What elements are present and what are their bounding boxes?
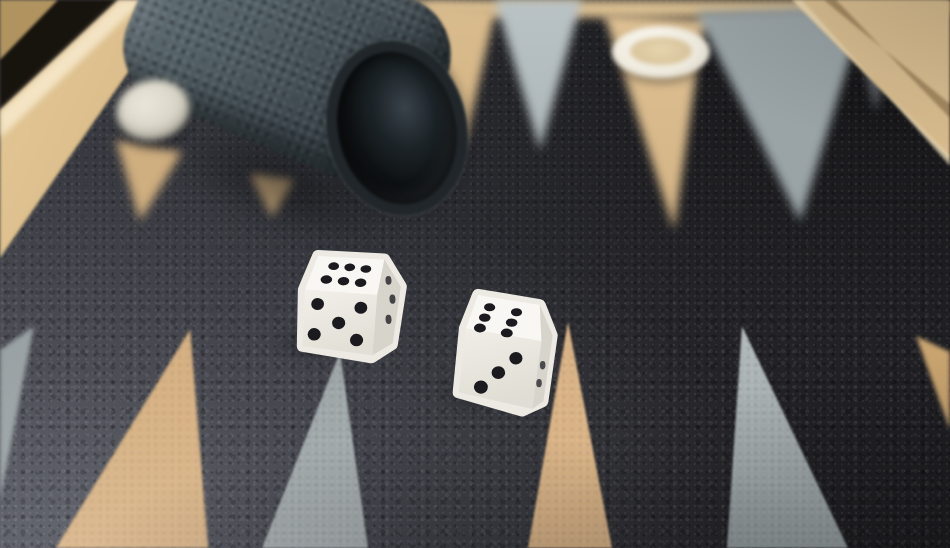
die-left[interactable] [288, 241, 427, 380]
backgammon-board-scene [0, 0, 950, 548]
checker-inlay [630, 37, 692, 65]
white-checker-far-point[interactable] [612, 26, 710, 78]
die-right[interactable] [444, 282, 573, 428]
